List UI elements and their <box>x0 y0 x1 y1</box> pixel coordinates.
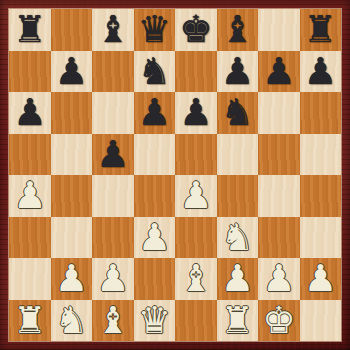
piece-black-rook[interactable]: ♜ <box>13 9 46 50</box>
piece-black-pawn[interactable]: ♟ <box>304 51 337 92</box>
piece-white-pawn[interactable]: ♟ <box>55 258 88 299</box>
piece-white-knight[interactable]: ♞ <box>221 217 254 258</box>
square-b2[interactable]: ♟ <box>51 258 93 300</box>
piece-white-king[interactable]: ♚ <box>262 300 295 341</box>
square-f6[interactable]: ♞ <box>217 92 259 134</box>
piece-white-pawn[interactable]: ♟ <box>262 258 295 299</box>
square-b6[interactable] <box>51 92 93 134</box>
square-h1[interactable] <box>300 300 342 342</box>
square-g4[interactable] <box>258 175 300 217</box>
square-c5[interactable]: ♟ <box>92 134 134 176</box>
square-c8[interactable]: ♝ <box>92 9 134 51</box>
square-a3[interactable] <box>9 217 51 259</box>
square-b4[interactable] <box>51 175 93 217</box>
square-h5[interactable] <box>300 134 342 176</box>
piece-white-knight[interactable]: ♞ <box>55 300 88 341</box>
square-h2[interactable]: ♟ <box>300 258 342 300</box>
square-g1[interactable]: ♚ <box>258 300 300 342</box>
square-a2[interactable] <box>9 258 51 300</box>
piece-white-pawn[interactable]: ♟ <box>179 175 212 216</box>
square-e6[interactable]: ♟ <box>175 92 217 134</box>
piece-black-bishop[interactable]: ♝ <box>96 9 129 50</box>
square-g7[interactable]: ♟ <box>258 51 300 93</box>
square-f7[interactable]: ♟ <box>217 51 259 93</box>
piece-black-pawn[interactable]: ♟ <box>221 51 254 92</box>
piece-white-pawn[interactable]: ♟ <box>96 258 129 299</box>
square-e3[interactable] <box>175 217 217 259</box>
square-d7[interactable]: ♞ <box>134 51 176 93</box>
piece-white-pawn[interactable]: ♟ <box>221 258 254 299</box>
square-f5[interactable] <box>217 134 259 176</box>
square-c6[interactable] <box>92 92 134 134</box>
square-b5[interactable] <box>51 134 93 176</box>
square-f8[interactable]: ♝ <box>217 9 259 51</box>
piece-white-rook[interactable]: ♜ <box>221 300 254 341</box>
piece-black-knight[interactable]: ♞ <box>138 51 171 92</box>
piece-black-pawn[interactable]: ♟ <box>96 134 129 175</box>
square-e2[interactable]: ♝ <box>175 258 217 300</box>
piece-black-pawn[interactable]: ♟ <box>179 92 212 133</box>
square-d4[interactable] <box>134 175 176 217</box>
piece-black-pawn[interactable]: ♟ <box>55 51 88 92</box>
piece-white-pawn[interactable]: ♟ <box>138 217 171 258</box>
square-a1[interactable]: ♜ <box>9 300 51 342</box>
chess-board: ♜♝♛♚♝♜♟♞♟♟♟♟♟♟♞♟♟♟♟♞♟♟♝♟♟♟♜♞♝♛♜♚ <box>9 9 341 341</box>
square-d3[interactable]: ♟ <box>134 217 176 259</box>
square-c2[interactable]: ♟ <box>92 258 134 300</box>
square-e8[interactable]: ♚ <box>175 9 217 51</box>
square-d1[interactable]: ♛ <box>134 300 176 342</box>
square-g5[interactable] <box>258 134 300 176</box>
square-c3[interactable] <box>92 217 134 259</box>
piece-white-pawn[interactable]: ♟ <box>13 175 46 216</box>
square-f3[interactable]: ♞ <box>217 217 259 259</box>
square-h6[interactable] <box>300 92 342 134</box>
square-e5[interactable] <box>175 134 217 176</box>
piece-white-bishop[interactable]: ♝ <box>96 300 129 341</box>
piece-white-rook[interactable]: ♜ <box>13 300 46 341</box>
square-a5[interactable] <box>9 134 51 176</box>
square-b1[interactable]: ♞ <box>51 300 93 342</box>
square-a6[interactable]: ♟ <box>9 92 51 134</box>
square-a7[interactable] <box>9 51 51 93</box>
square-h3[interactable] <box>300 217 342 259</box>
square-c4[interactable] <box>92 175 134 217</box>
square-d2[interactable] <box>134 258 176 300</box>
square-d8[interactable]: ♛ <box>134 9 176 51</box>
square-b7[interactable]: ♟ <box>51 51 93 93</box>
square-e7[interactable] <box>175 51 217 93</box>
square-d5[interactable] <box>134 134 176 176</box>
square-h4[interactable] <box>300 175 342 217</box>
piece-white-queen[interactable]: ♛ <box>138 300 171 341</box>
piece-black-rook[interactable]: ♜ <box>304 9 337 50</box>
square-e1[interactable] <box>175 300 217 342</box>
square-d6[interactable]: ♟ <box>134 92 176 134</box>
chess-board-frame: ♜♝♛♚♝♜♟♞♟♟♟♟♟♟♞♟♟♟♟♞♟♟♝♟♟♟♜♞♝♛♜♚ <box>0 0 350 350</box>
square-h7[interactable]: ♟ <box>300 51 342 93</box>
square-g3[interactable] <box>258 217 300 259</box>
square-a8[interactable]: ♜ <box>9 9 51 51</box>
square-g8[interactable] <box>258 9 300 51</box>
piece-white-pawn[interactable]: ♟ <box>304 258 337 299</box>
square-c7[interactable] <box>92 51 134 93</box>
square-g6[interactable] <box>258 92 300 134</box>
piece-black-bishop[interactable]: ♝ <box>221 9 254 50</box>
square-f1[interactable]: ♜ <box>217 300 259 342</box>
piece-black-king[interactable]: ♚ <box>179 9 212 50</box>
piece-white-bishop[interactable]: ♝ <box>179 258 212 299</box>
square-h8[interactable]: ♜ <box>300 9 342 51</box>
square-f4[interactable] <box>217 175 259 217</box>
square-c1[interactable]: ♝ <box>92 300 134 342</box>
square-a4[interactable]: ♟ <box>9 175 51 217</box>
piece-black-pawn[interactable]: ♟ <box>138 92 171 133</box>
square-e4[interactable]: ♟ <box>175 175 217 217</box>
square-b3[interactable] <box>51 217 93 259</box>
square-f2[interactable]: ♟ <box>217 258 259 300</box>
square-b8[interactable] <box>51 9 93 51</box>
piece-black-knight[interactable]: ♞ <box>221 92 254 133</box>
piece-black-pawn[interactable]: ♟ <box>262 51 295 92</box>
piece-black-queen[interactable]: ♛ <box>138 9 171 50</box>
square-g2[interactable]: ♟ <box>258 258 300 300</box>
piece-black-pawn[interactable]: ♟ <box>13 92 46 133</box>
